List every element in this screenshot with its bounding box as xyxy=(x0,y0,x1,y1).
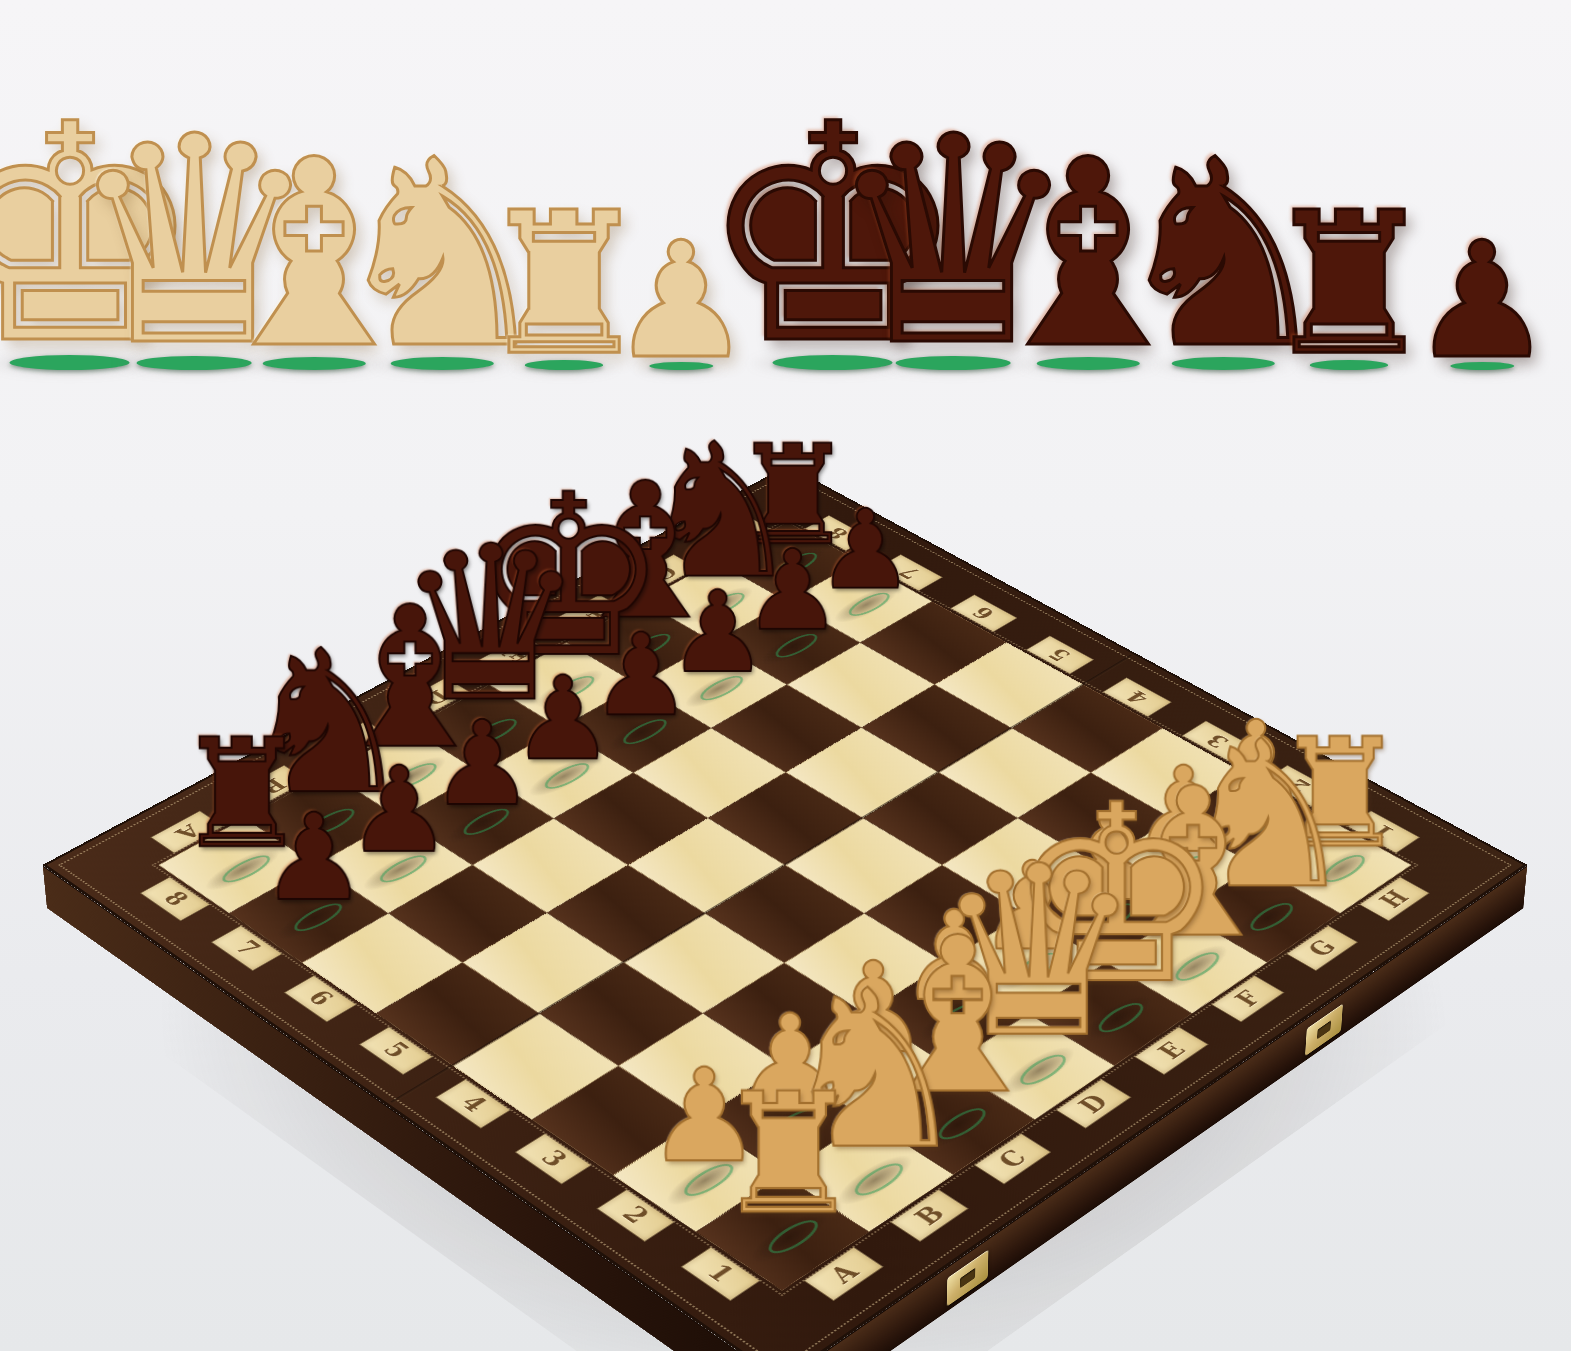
coordinate-label: 8 xyxy=(157,888,193,910)
coordinate-plaque: 8 xyxy=(140,877,211,922)
coordinate-label: 7 xyxy=(228,937,265,959)
coordinate-label: B xyxy=(909,1201,951,1229)
coordinate-label: F xyxy=(1229,987,1266,1010)
coordinate-label: 1 xyxy=(701,1260,740,1287)
coordinate-label: E xyxy=(1152,1038,1191,1063)
piece-dark-pawn-a7: ♟ xyxy=(260,797,367,917)
square-d6 xyxy=(554,772,709,865)
piece-light-rook-a1: ♜ xyxy=(715,1071,864,1237)
product-photo-scene: ♚♛♝♞♜♟ ♚♛♝♞♜♟ ABCDEFGH ABCDEFGH 87654321… xyxy=(0,0,1571,1351)
board-top-face: ABCDEFGH ABCDEFGH 87654321 87654321 ♜♞♝♛… xyxy=(43,465,1528,1351)
coordinate-label: H xyxy=(1374,887,1415,912)
coordinate-label: 6 xyxy=(302,987,339,1010)
coordinate-label: 5 xyxy=(1043,645,1076,664)
coordinate-label: 5 xyxy=(377,1039,415,1063)
coordinate-label: 6 xyxy=(967,604,999,622)
coordinate-label: 4 xyxy=(454,1092,492,1116)
coordinate-label: D xyxy=(1073,1091,1114,1118)
coordinate-label: A xyxy=(823,1260,864,1288)
coordinate-label: G xyxy=(1302,936,1342,960)
chess-board: ABCDEFGH ABCDEFGH 87654321 87654321 ♜♞♝♛… xyxy=(43,465,1528,1351)
coordinate-label: C xyxy=(992,1146,1032,1172)
coordinate-label: 3 xyxy=(534,1146,573,1171)
chess-board-3d-scene: ABCDEFGH ABCDEFGH 87654321 87654321 ♜♞♝♛… xyxy=(0,0,1571,1351)
coordinate-label: 4 xyxy=(1121,688,1154,707)
coordinate-label: 2 xyxy=(616,1202,655,1228)
